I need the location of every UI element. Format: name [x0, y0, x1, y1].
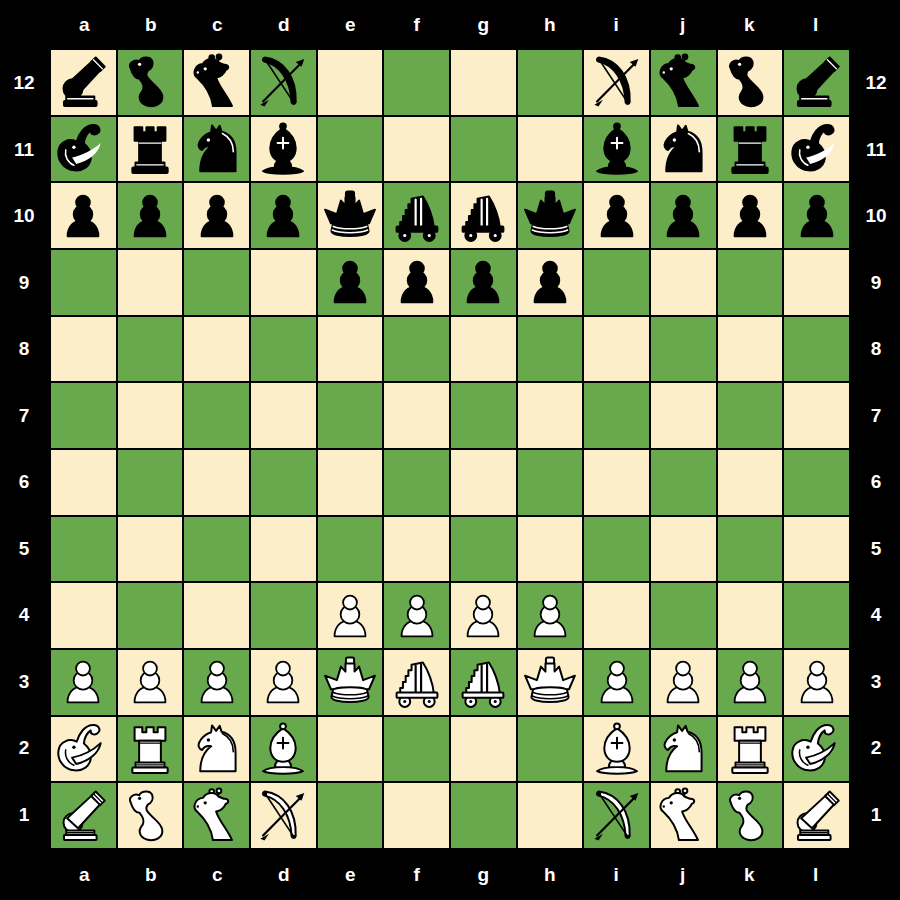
- white-cannon[interactable]: [788, 787, 846, 845]
- black-pawn[interactable]: [391, 256, 443, 308]
- coordinate-label: f: [384, 857, 451, 893]
- square-c12[interactable]: [184, 50, 249, 115]
- square-e12[interactable]: [318, 50, 383, 115]
- square-g7[interactable]: [451, 383, 516, 448]
- rank-labels-right: 121110987654321: [853, 50, 899, 848]
- square-i10[interactable]: [584, 183, 649, 248]
- white-chariot[interactable]: [454, 653, 512, 711]
- black-archer[interactable]: [254, 53, 312, 111]
- coordinate-label: h: [517, 857, 584, 893]
- black-giraffe[interactable]: [654, 53, 712, 111]
- white-elephant[interactable]: [788, 720, 846, 778]
- white-rook[interactable]: [121, 720, 179, 778]
- square-l8[interactable]: [784, 317, 849, 382]
- black-pawn[interactable]: [57, 190, 109, 242]
- square-k6[interactable]: [718, 450, 783, 515]
- coordinate-label: 9: [853, 250, 899, 317]
- square-f12[interactable]: [384, 50, 449, 115]
- black-bishop[interactable]: [588, 120, 646, 178]
- black-knight[interactable]: [654, 120, 712, 178]
- square-e3[interactable]: [318, 650, 383, 715]
- black-camel[interactable]: [121, 53, 179, 111]
- white-pawn[interactable]: [524, 590, 576, 642]
- coordinate-label: f: [384, 7, 451, 43]
- coordinate-label: 8: [853, 316, 899, 383]
- white-bishop[interactable]: [254, 720, 312, 778]
- square-a2[interactable]: [51, 717, 116, 782]
- black-king[interactable]: [321, 187, 379, 245]
- square-l4[interactable]: [784, 583, 849, 648]
- square-i12[interactable]: [584, 50, 649, 115]
- square-i8[interactable]: [584, 317, 649, 382]
- coordinate-label: b: [118, 7, 185, 43]
- square-k7[interactable]: [718, 383, 783, 448]
- square-b11[interactable]: [118, 117, 183, 182]
- white-pawn[interactable]: [57, 656, 109, 708]
- square-d12[interactable]: [251, 50, 316, 115]
- square-d1[interactable]: [251, 783, 316, 848]
- square-h10[interactable]: [518, 183, 583, 248]
- square-h5[interactable]: [518, 517, 583, 582]
- square-h7[interactable]: [518, 383, 583, 448]
- square-j9[interactable]: [651, 250, 716, 315]
- square-a3[interactable]: [51, 650, 116, 715]
- square-g8[interactable]: [451, 317, 516, 382]
- black-pawn[interactable]: [124, 190, 176, 242]
- white-pawn[interactable]: [191, 656, 243, 708]
- white-pawn[interactable]: [724, 656, 776, 708]
- square-d2[interactable]: [251, 717, 316, 782]
- square-d11[interactable]: [251, 117, 316, 182]
- square-i7[interactable]: [584, 383, 649, 448]
- black-pawn[interactable]: [724, 190, 776, 242]
- white-camel[interactable]: [721, 787, 779, 845]
- square-f9[interactable]: [384, 250, 449, 315]
- black-chariot[interactable]: [388, 187, 446, 245]
- square-k8[interactable]: [718, 317, 783, 382]
- square-h3[interactable]: [518, 650, 583, 715]
- coordinate-label: 3: [853, 649, 899, 716]
- coordinate-label: 10: [853, 183, 899, 250]
- square-j10[interactable]: [651, 183, 716, 248]
- square-e2[interactable]: [318, 717, 383, 782]
- coordinate-label: 10: [1, 183, 47, 250]
- square-h9[interactable]: [518, 250, 583, 315]
- black-chariot[interactable]: [454, 187, 512, 245]
- black-pawn[interactable]: [524, 256, 576, 308]
- black-rook[interactable]: [121, 120, 179, 178]
- white-pawn[interactable]: [257, 656, 309, 708]
- coordinate-label: 9: [1, 250, 47, 317]
- square-k11[interactable]: [718, 117, 783, 182]
- black-elephant[interactable]: [54, 120, 112, 178]
- black-pawn[interactable]: [657, 190, 709, 242]
- coordinate-label: 2: [853, 715, 899, 782]
- square-f11[interactable]: [384, 117, 449, 182]
- coordinate-label: i: [583, 857, 650, 893]
- coordinate-label: c: [184, 857, 251, 893]
- square-i6[interactable]: [584, 450, 649, 515]
- coordinate-label: g: [450, 857, 517, 893]
- coordinate-label: l: [783, 7, 850, 43]
- coordinate-label: 4: [853, 582, 899, 649]
- square-d3[interactable]: [251, 650, 316, 715]
- coordinate-label: b: [118, 857, 185, 893]
- white-knight[interactable]: [654, 720, 712, 778]
- white-knight[interactable]: [188, 720, 246, 778]
- white-archer[interactable]: [254, 787, 312, 845]
- square-f8[interactable]: [384, 317, 449, 382]
- square-c7[interactable]: [184, 383, 249, 448]
- black-pawn[interactable]: [324, 256, 376, 308]
- black-camel[interactable]: [721, 53, 779, 111]
- square-h8[interactable]: [518, 317, 583, 382]
- coordinate-label: 11: [853, 117, 899, 184]
- square-h1[interactable]: [518, 783, 583, 848]
- coordinate-label: 12: [1, 50, 47, 117]
- square-g2[interactable]: [451, 717, 516, 782]
- square-e6[interactable]: [318, 450, 383, 515]
- square-c8[interactable]: [184, 317, 249, 382]
- white-archer[interactable]: [588, 787, 646, 845]
- black-elephant[interactable]: [788, 120, 846, 178]
- square-j11[interactable]: [651, 117, 716, 182]
- black-rook[interactable]: [721, 120, 779, 178]
- square-a6[interactable]: [51, 450, 116, 515]
- square-b10[interactable]: [118, 183, 183, 248]
- coordinate-label: i: [583, 7, 650, 43]
- coordinate-label: 6: [1, 449, 47, 516]
- file-labels-bottom: abcdefghijkl: [51, 857, 849, 893]
- white-giraffe[interactable]: [188, 787, 246, 845]
- square-l3[interactable]: [784, 650, 849, 715]
- square-b9[interactable]: [118, 250, 183, 315]
- square-c2[interactable]: [184, 717, 249, 782]
- square-f2[interactable]: [384, 717, 449, 782]
- black-knight[interactable]: [188, 120, 246, 178]
- square-l10[interactable]: [784, 183, 849, 248]
- square-f5[interactable]: [384, 517, 449, 582]
- white-pawn[interactable]: [591, 656, 643, 708]
- square-l5[interactable]: [784, 517, 849, 582]
- square-i4[interactable]: [584, 583, 649, 648]
- square-k2[interactable]: [718, 717, 783, 782]
- square-l7[interactable]: [784, 383, 849, 448]
- square-b1[interactable]: [118, 783, 183, 848]
- square-k1[interactable]: [718, 783, 783, 848]
- square-f3[interactable]: [384, 650, 449, 715]
- square-c5[interactable]: [184, 517, 249, 582]
- square-c4[interactable]: [184, 583, 249, 648]
- white-chariot[interactable]: [388, 653, 446, 711]
- square-g10[interactable]: [451, 183, 516, 248]
- black-pawn[interactable]: [457, 256, 509, 308]
- square-j4[interactable]: [651, 583, 716, 648]
- white-pawn[interactable]: [391, 590, 443, 642]
- coordinate-label: j: [650, 857, 717, 893]
- square-c10[interactable]: [184, 183, 249, 248]
- square-l2[interactable]: [784, 717, 849, 782]
- coordinate-label: a: [51, 857, 118, 893]
- square-f10[interactable]: [384, 183, 449, 248]
- square-b12[interactable]: [118, 50, 183, 115]
- white-pawn[interactable]: [791, 656, 843, 708]
- square-i9[interactable]: [584, 250, 649, 315]
- coordinate-label: d: [251, 857, 318, 893]
- square-k9[interactable]: [718, 250, 783, 315]
- square-g12[interactable]: [451, 50, 516, 115]
- square-k5[interactable]: [718, 517, 783, 582]
- square-b5[interactable]: [118, 517, 183, 582]
- square-j1[interactable]: [651, 783, 716, 848]
- square-c6[interactable]: [184, 450, 249, 515]
- square-g6[interactable]: [451, 450, 516, 515]
- coordinate-label: e: [317, 7, 384, 43]
- square-h12[interactable]: [518, 50, 583, 115]
- coordinate-label: 8: [1, 316, 47, 383]
- white-pawn[interactable]: [324, 590, 376, 642]
- black-bishop[interactable]: [254, 120, 312, 178]
- square-l11[interactable]: [784, 117, 849, 182]
- square-h11[interactable]: [518, 117, 583, 182]
- square-e7[interactable]: [318, 383, 383, 448]
- square-a10[interactable]: [51, 183, 116, 248]
- square-k12[interactable]: [718, 50, 783, 115]
- square-g5[interactable]: [451, 517, 516, 582]
- square-c9[interactable]: [184, 250, 249, 315]
- black-archer[interactable]: [588, 53, 646, 111]
- square-a4[interactable]: [51, 583, 116, 648]
- square-l1[interactable]: [784, 783, 849, 848]
- square-d4[interactable]: [251, 583, 316, 648]
- square-a5[interactable]: [51, 517, 116, 582]
- square-b2[interactable]: [118, 717, 183, 782]
- square-h4[interactable]: [518, 583, 583, 648]
- coordinate-label: d: [251, 7, 318, 43]
- white-elephant[interactable]: [54, 720, 112, 778]
- black-giraffe[interactable]: [188, 53, 246, 111]
- black-pawn[interactable]: [257, 190, 309, 242]
- coordinate-label: 6: [853, 449, 899, 516]
- coordinate-label: g: [450, 7, 517, 43]
- square-a11[interactable]: [51, 117, 116, 182]
- square-a8[interactable]: [51, 317, 116, 382]
- square-d9[interactable]: [251, 250, 316, 315]
- square-d7[interactable]: [251, 383, 316, 448]
- file-labels-top: abcdefghijkl: [51, 7, 849, 43]
- square-l6[interactable]: [784, 450, 849, 515]
- coordinate-label: 2: [1, 715, 47, 782]
- square-a9[interactable]: [51, 250, 116, 315]
- square-d10[interactable]: [251, 183, 316, 248]
- square-a7[interactable]: [51, 383, 116, 448]
- square-g11[interactable]: [451, 117, 516, 182]
- black-pawn[interactable]: [591, 190, 643, 242]
- square-a12[interactable]: [51, 50, 116, 115]
- square-b6[interactable]: [118, 450, 183, 515]
- square-b7[interactable]: [118, 383, 183, 448]
- white-bishop[interactable]: [588, 720, 646, 778]
- square-f4[interactable]: [384, 583, 449, 648]
- square-j5[interactable]: [651, 517, 716, 582]
- coordinate-label: k: [716, 857, 783, 893]
- square-k10[interactable]: [718, 183, 783, 248]
- coordinate-label: 5: [1, 516, 47, 583]
- rank-labels-left: 121110987654321: [1, 50, 47, 848]
- square-e1[interactable]: [318, 783, 383, 848]
- coordinate-label: 7: [1, 383, 47, 450]
- coordinate-label: l: [783, 857, 850, 893]
- white-king[interactable]: [521, 653, 579, 711]
- square-g1[interactable]: [451, 783, 516, 848]
- board: [51, 50, 849, 848]
- square-j3[interactable]: [651, 650, 716, 715]
- black-cannon[interactable]: [54, 53, 112, 111]
- square-l12[interactable]: [784, 50, 849, 115]
- square-a1[interactable]: [51, 783, 116, 848]
- square-i11[interactable]: [584, 117, 649, 182]
- square-f7[interactable]: [384, 383, 449, 448]
- coordinate-label: k: [716, 7, 783, 43]
- square-i1[interactable]: [584, 783, 649, 848]
- square-e10[interactable]: [318, 183, 383, 248]
- square-k4[interactable]: [718, 583, 783, 648]
- square-e8[interactable]: [318, 317, 383, 382]
- coordinate-label: 4: [1, 582, 47, 649]
- black-pawn[interactable]: [791, 190, 843, 242]
- square-j6[interactable]: [651, 450, 716, 515]
- coordinate-label: e: [317, 857, 384, 893]
- coordinate-label: 1: [853, 782, 899, 849]
- white-giraffe[interactable]: [654, 787, 712, 845]
- square-f6[interactable]: [384, 450, 449, 515]
- black-cannon[interactable]: [788, 53, 846, 111]
- square-e9[interactable]: [318, 250, 383, 315]
- coordinate-label: 3: [1, 649, 47, 716]
- coordinate-label: 7: [853, 383, 899, 450]
- white-camel[interactable]: [121, 787, 179, 845]
- square-f1[interactable]: [384, 783, 449, 848]
- coordinate-label: h: [517, 7, 584, 43]
- square-c11[interactable]: [184, 117, 249, 182]
- square-d8[interactable]: [251, 317, 316, 382]
- square-g4[interactable]: [451, 583, 516, 648]
- square-d5[interactable]: [251, 517, 316, 582]
- square-j8[interactable]: [651, 317, 716, 382]
- square-b8[interactable]: [118, 317, 183, 382]
- square-i3[interactable]: [584, 650, 649, 715]
- coordinate-label: 5: [853, 516, 899, 583]
- white-pawn[interactable]: [457, 590, 509, 642]
- square-j2[interactable]: [651, 717, 716, 782]
- square-b3[interactable]: [118, 650, 183, 715]
- coordinate-label: 1: [1, 782, 47, 849]
- coordinate-label: c: [184, 7, 251, 43]
- square-b4[interactable]: [118, 583, 183, 648]
- square-h6[interactable]: [518, 450, 583, 515]
- square-c3[interactable]: [184, 650, 249, 715]
- square-j7[interactable]: [651, 383, 716, 448]
- square-e4[interactable]: [318, 583, 383, 648]
- square-k3[interactable]: [718, 650, 783, 715]
- game-screenshot: abcdefghijkl abcdefghijkl 12111098765432…: [0, 0, 900, 900]
- square-i5[interactable]: [584, 517, 649, 582]
- square-e5[interactable]: [318, 517, 383, 582]
- square-g3[interactable]: [451, 650, 516, 715]
- coordinate-label: 12: [853, 50, 899, 117]
- coordinate-label: a: [51, 7, 118, 43]
- white-king[interactable]: [321, 653, 379, 711]
- white-pawn[interactable]: [124, 656, 176, 708]
- white-rook[interactable]: [721, 720, 779, 778]
- white-cannon[interactable]: [54, 787, 112, 845]
- square-e11[interactable]: [318, 117, 383, 182]
- coordinate-label: 11: [1, 117, 47, 184]
- square-d6[interactable]: [251, 450, 316, 515]
- coordinate-label: j: [650, 7, 717, 43]
- black-king[interactable]: [521, 187, 579, 245]
- white-pawn[interactable]: [657, 656, 709, 708]
- square-j12[interactable]: [651, 50, 716, 115]
- square-l9[interactable]: [784, 250, 849, 315]
- square-c1[interactable]: [184, 783, 249, 848]
- square-g9[interactable]: [451, 250, 516, 315]
- square-i2[interactable]: [584, 717, 649, 782]
- black-pawn[interactable]: [191, 190, 243, 242]
- square-h2[interactable]: [518, 717, 583, 782]
